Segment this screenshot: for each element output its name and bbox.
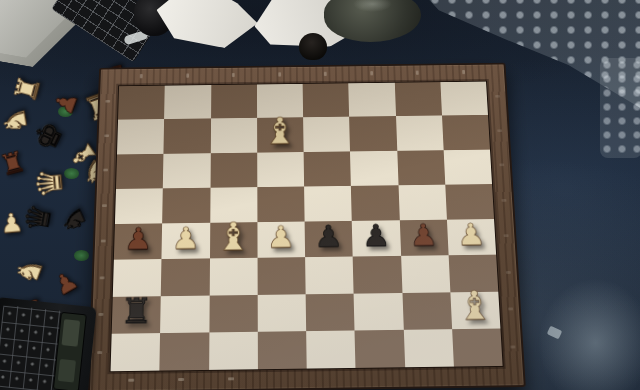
square-r7c5 <box>306 293 355 331</box>
square-r5c2: ♟ <box>162 223 210 259</box>
frame-coordinate-mark <box>370 71 373 75</box>
square-r5c3: ♝ <box>210 222 258 258</box>
square-r7c6 <box>354 293 404 331</box>
brown-P-piece: ♟ <box>124 223 153 254</box>
square-r6c5 <box>305 257 354 294</box>
square-r7c8: ♝ <box>450 291 500 329</box>
captured-light-N: ♞ <box>0 105 33 137</box>
frame-coordinate-mark <box>104 134 109 137</box>
square-r8c6 <box>355 330 405 368</box>
crumpled-paper <box>153 0 260 51</box>
square-r3c1 <box>116 153 164 188</box>
square-r4c2 <box>162 187 210 223</box>
square-r4c1 <box>115 188 163 224</box>
square-r8c8 <box>452 328 503 366</box>
square-r6c7 <box>401 255 450 292</box>
square-r6c6 <box>353 256 402 293</box>
board-playing-area: ♝♟♟♝♟♟♟♟♟♜♝ <box>110 81 504 373</box>
square-r7c1: ♜ <box>112 296 161 334</box>
captured-black-N: ♞ <box>57 203 93 238</box>
frame-coordinate-mark <box>510 345 515 348</box>
frame-coordinate-mark <box>324 72 327 76</box>
frame-coordinate-mark <box>98 313 103 316</box>
square-r8c4 <box>258 331 307 369</box>
captured-black-Q: ♛ <box>20 201 56 235</box>
bubble-wrap <box>600 58 640 158</box>
frame-coordinate-mark <box>140 74 143 78</box>
square-r8c7 <box>403 329 453 367</box>
board-grid: ♝♟♟♝♟♟♟♟♟♜♝ <box>111 82 503 372</box>
drawstring-bag <box>324 0 421 42</box>
green-felt-base <box>74 250 89 261</box>
square-r2c3 <box>210 118 257 153</box>
square-r4c7 <box>398 184 447 220</box>
square-r1c7 <box>394 82 441 116</box>
frame-coordinate-mark <box>501 199 506 202</box>
brown-P-piece: ♟ <box>409 220 439 250</box>
black-R-piece: ♜ <box>120 293 153 328</box>
frame-coordinate-mark <box>508 307 513 310</box>
square-r3c3 <box>210 152 257 187</box>
black-P-piece: ♟ <box>314 221 343 251</box>
square-r3c6 <box>350 150 398 185</box>
square-r5c5: ♟ <box>305 221 353 257</box>
square-r1c2 <box>164 85 211 119</box>
square-r1c1 <box>118 86 165 120</box>
calculator <box>0 297 97 390</box>
frame-coordinate-mark <box>504 234 509 237</box>
frame-coordinate-mark <box>497 129 502 132</box>
square-r8c2 <box>160 332 209 370</box>
square-r3c2 <box>163 153 210 188</box>
captured-brown-P: ♟ <box>49 266 82 300</box>
square-r6c3 <box>209 258 257 295</box>
calculator-keypad <box>0 305 61 390</box>
captured-light-Q: ♛ <box>31 166 68 199</box>
photo-scene: ♞♜♜♟♞♚♝♜♛♞♛♟♞♞♟♟ ♝♟♟♝♟♟♟♟♟♜♝ <box>0 0 640 390</box>
frame-coordinate-mark <box>102 204 107 207</box>
square-r1c5 <box>303 83 350 117</box>
square-r1c3 <box>211 84 257 118</box>
frame-coordinate-mark <box>105 100 110 103</box>
square-r4c8 <box>445 184 494 220</box>
square-r2c6 <box>349 116 396 151</box>
square-r5c4: ♟ <box>257 222 305 258</box>
frame-coordinate-mark <box>462 70 465 74</box>
square-r8c5 <box>306 330 356 368</box>
captured-brown-R: ♜ <box>0 147 28 181</box>
black-P-piece: ♟ <box>361 220 390 250</box>
square-r3c7 <box>397 150 445 185</box>
square-r6c4 <box>257 257 305 294</box>
frame-coordinate-mark <box>178 378 184 381</box>
captured-black-K: ♚ <box>28 116 69 156</box>
frame-coordinate-mark <box>499 163 504 166</box>
square-r5c7: ♟ <box>399 220 448 256</box>
square-r5c1: ♟ <box>114 223 163 260</box>
frame-coordinate-mark <box>495 95 500 98</box>
frame-coordinate-mark <box>278 72 281 76</box>
chess-board: ♝♟♟♝♟♟♟♟♟♜♝ <box>88 63 526 390</box>
frame-coordinate-mark <box>186 73 189 77</box>
square-r7c7 <box>402 292 452 330</box>
frame-coordinate-mark <box>128 379 134 382</box>
dark-piece-behind-board <box>299 33 327 60</box>
frame-coordinate-mark <box>101 240 106 243</box>
frame-coordinate-mark <box>232 73 235 77</box>
square-r5c8: ♟ <box>447 219 496 255</box>
square-r7c2 <box>160 295 209 333</box>
square-r8c1 <box>111 333 161 371</box>
light-P-piece: ♟ <box>267 221 296 251</box>
square-r3c8 <box>443 149 492 184</box>
square-r2c5 <box>303 117 350 152</box>
square-r3c5 <box>304 151 351 186</box>
captured-light-R: ♜ <box>9 72 45 106</box>
light-P-piece: ♟ <box>456 219 486 249</box>
frame-coordinate-mark <box>228 377 234 380</box>
frame-coordinate-mark <box>100 276 105 279</box>
captured-light-P: ♟ <box>0 209 24 237</box>
square-r5c6: ♟ <box>352 220 401 256</box>
light-B-piece: ♝ <box>262 113 298 150</box>
frame-coordinate-mark <box>416 71 419 75</box>
square-r2c4: ♝ <box>257 117 304 152</box>
light-P-piece: ♟ <box>171 223 200 253</box>
square-r1c6 <box>348 83 395 117</box>
square-r1c8 <box>440 82 488 116</box>
square-r2c1 <box>117 119 164 154</box>
square-r7c3 <box>209 294 258 332</box>
square-r2c8 <box>442 115 490 150</box>
square-r6c2 <box>161 259 210 296</box>
frame-coordinate-mark <box>97 351 102 354</box>
square-r4c6 <box>351 185 399 221</box>
square-r7c4 <box>257 294 306 332</box>
captured-brown-P: ♟ <box>49 88 81 119</box>
square-r2c7 <box>396 116 444 151</box>
square-r8c3 <box>209 332 258 370</box>
square-r2c2 <box>164 119 211 154</box>
square-r4c5 <box>304 186 352 222</box>
light-B-piece: ♝ <box>215 217 252 256</box>
square-r3c4 <box>257 152 304 187</box>
frame-coordinate-mark <box>506 271 511 274</box>
captured-light-N: ♞ <box>11 253 48 289</box>
frame-coordinate-mark <box>103 169 108 172</box>
light-B-piece: ♝ <box>456 286 495 326</box>
square-r4c4 <box>257 186 305 222</box>
